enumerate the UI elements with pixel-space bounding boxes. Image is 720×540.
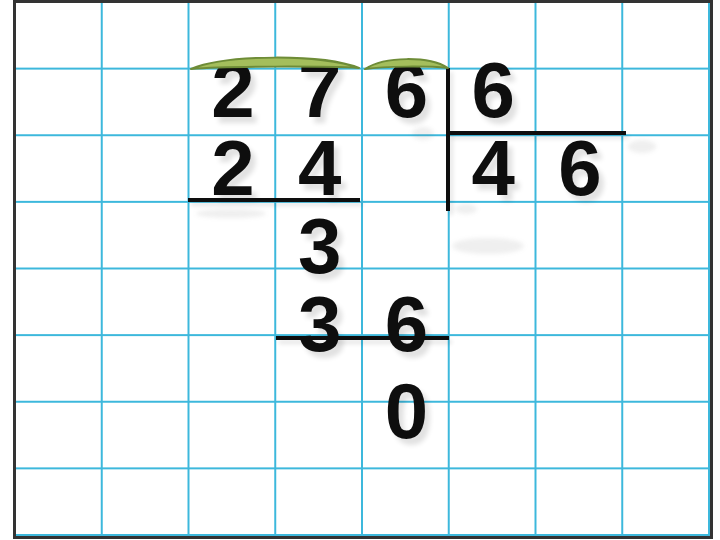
grid-paper: 276624463360 [13,0,713,539]
eraser-smudge [628,140,656,153]
product1-ones: 4 [276,129,363,207]
final-remainder: 0 [363,372,450,450]
eraser-smudge [455,204,477,214]
quotient-tens: 4 [450,129,537,207]
subtraction-line-2 [276,336,449,340]
quotient-ones: 6 [537,129,624,207]
quotient-underline [448,131,626,135]
working2-ones: 6 [363,285,450,363]
eraser-smudge [452,238,524,254]
eraser-smudge [412,127,434,140]
digit-grid: 276624463360 [16,3,710,536]
subtraction-line-1 [188,198,360,202]
product1-tens: 2 [190,129,277,207]
grouping-arc-icon-27 [189,52,361,71]
remainder-step1: 3 [276,207,363,285]
working2-tens: 3 [276,285,363,363]
divisor: 6 [450,51,537,129]
eraser-smudge [196,209,266,218]
division-bracket-vertical-line [446,68,450,211]
worksheet: 276624463360 [0,0,720,540]
grouping-arc-icon-6 [363,55,450,71]
